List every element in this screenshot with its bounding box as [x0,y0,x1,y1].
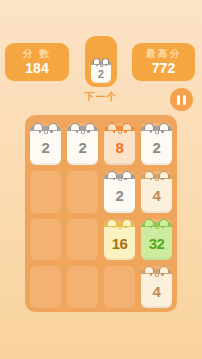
cat-ear-left [144,123,154,130]
pause-icon [177,95,181,105]
cat-ear-right [48,123,58,130]
tile-2: 2 [30,123,61,165]
tile-number: 2 [67,133,98,163]
score-label: 分 数 [23,48,52,60]
cat-ear-right [159,266,169,273]
next-tile-slot: 2 [91,58,111,83]
pause-button[interactable] [170,88,193,111]
cat-ear-left [144,171,154,178]
tile-number: 8 [104,133,135,163]
cat-ear-right [159,171,169,178]
tile-32: 32 [141,219,172,261]
next-panel: 2 [85,36,117,87]
best-score-panel: 最高分 772 [132,43,195,81]
tile-number: 32 [141,229,172,259]
cat-ear-left [70,123,80,130]
best-score-value: 772 [152,60,175,77]
tile-number: 2 [141,133,172,163]
cat-ear-right [159,123,169,130]
cell-r3c2 [67,219,98,261]
tile-4: 4 [141,171,172,213]
cell-r2c4: 4 [141,171,172,213]
cat-ear-right [159,219,169,226]
tile-number: 4 [141,181,172,211]
pause-icon [183,95,187,105]
tile-4: 4 [141,266,172,308]
cell-r2c2 [67,171,98,213]
tile-number: 2 [30,133,61,163]
cell-r1c4: 2 [141,123,172,165]
tile-2: 2 [141,123,172,165]
cat-ear-left [33,123,43,130]
next-tile-2: 2 [91,58,111,83]
cell-r2c3: 2 [104,171,135,213]
cat-ear-left [107,171,117,178]
tile-2: 2 [67,123,98,165]
cell-r3c3: 16 [104,219,135,261]
cell-r1c2: 2 [67,123,98,165]
best-score-label: 最高分 [146,48,182,60]
cell-r4c1 [30,266,61,308]
cell-r1c3: 8 [104,123,135,165]
cat-ear-left [144,219,154,226]
tile-8: 8 [104,123,135,165]
cell-r4c2 [67,266,98,308]
cell-r4c4: 4 [141,266,172,308]
tile-2: 2 [104,171,135,213]
tile-number: 4 [141,276,172,306]
score-value: 184 [25,60,48,77]
cell-r3c4: 32 [141,219,172,261]
cell-r1c1: 2 [30,123,61,165]
tile-number: 2 [104,181,135,211]
cat-ear-left [107,219,117,226]
next-label: 下一个 [73,90,129,104]
game-screen: 分 数 184 2 最高分 772 下一个 22822416324 [0,0,202,359]
cell-r4c3 [104,266,135,308]
cat-ear-left [107,123,117,130]
board[interactable]: 22822416324 [25,115,177,312]
score-panel: 分 数 184 [5,43,69,81]
cat-ear-right [122,123,132,130]
cat-ear-left [144,266,154,273]
tile-number: 16 [104,229,135,259]
cell-r3c1 [30,219,61,261]
cat-ear-right [85,123,95,130]
cat-ear-right [122,171,132,178]
cat-ear-right [122,219,132,226]
tile-number: 2 [91,65,111,82]
tile-16: 16 [104,219,135,261]
cell-r2c1 [30,171,61,213]
